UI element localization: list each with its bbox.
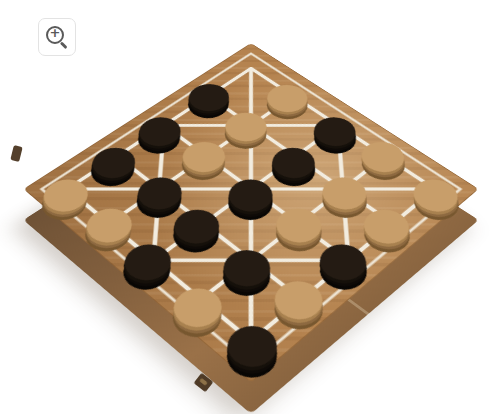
piece-natural[interactable]: ●: [268, 197, 335, 247]
pieces-layer: ●●●●●●●●●●●●●●●●●●●●●●●●: [23, 43, 478, 383]
alquerque-board[interactable]: ●●●●●●●●●●●●●●●●●●●●●●●●: [23, 43, 478, 383]
page-background: { "game": "Alquerque (5x5 wooden travel …: [0, 0, 500, 414]
piece-natural[interactable]: ●: [36, 168, 101, 216]
box-hinge: [10, 145, 22, 162]
zoom-in-button[interactable]: +: [38, 18, 76, 56]
piece-natural[interactable]: ●: [79, 197, 146, 247]
product-photo-scene: ●●●●●●●●●●●●●●●●●●●●●●●●: [0, 0, 500, 414]
piece-black[interactable]: ●: [116, 232, 185, 285]
box-clasp-pin: [199, 378, 208, 386]
magnifier-plus-icon: +: [46, 24, 64, 42]
piece-natural[interactable]: ●: [175, 131, 238, 176]
piece-natural[interactable]: ●: [165, 275, 236, 332]
piece-black[interactable]: ●: [181, 75, 241, 115]
magnifier-handle-icon: [60, 41, 67, 48]
